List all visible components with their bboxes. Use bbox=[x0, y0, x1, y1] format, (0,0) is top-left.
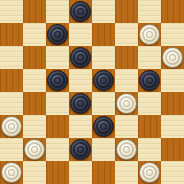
square-b4[interactable] bbox=[23, 92, 46, 115]
square-b2[interactable] bbox=[23, 138, 46, 161]
square-f3[interactable] bbox=[115, 115, 138, 138]
square-g3[interactable] bbox=[138, 115, 161, 138]
square-a4[interactable] bbox=[0, 92, 23, 115]
black-man-d6[interactable] bbox=[70, 47, 91, 68]
black-man-d2[interactable] bbox=[70, 139, 91, 160]
square-h1[interactable] bbox=[161, 161, 184, 184]
white-man-f4[interactable] bbox=[116, 93, 137, 114]
square-g7[interactable] bbox=[138, 23, 161, 46]
square-d2[interactable] bbox=[69, 138, 92, 161]
square-b7[interactable] bbox=[23, 23, 46, 46]
square-g1[interactable] bbox=[138, 161, 161, 184]
square-e5[interactable] bbox=[92, 69, 115, 92]
square-a7[interactable] bbox=[0, 23, 23, 46]
square-a1[interactable] bbox=[0, 161, 23, 184]
square-a8[interactable] bbox=[0, 0, 23, 23]
square-c7[interactable] bbox=[46, 23, 69, 46]
square-h3[interactable] bbox=[161, 115, 184, 138]
square-g2[interactable] bbox=[138, 138, 161, 161]
white-man-a1[interactable] bbox=[1, 162, 22, 183]
square-g5[interactable] bbox=[138, 69, 161, 92]
square-d6[interactable] bbox=[69, 46, 92, 69]
square-d5[interactable] bbox=[69, 69, 92, 92]
black-man-c5[interactable] bbox=[47, 70, 68, 91]
square-f7[interactable] bbox=[115, 23, 138, 46]
square-h4[interactable] bbox=[161, 92, 184, 115]
square-a3[interactable] bbox=[0, 115, 23, 138]
square-e2[interactable] bbox=[92, 138, 115, 161]
square-b6[interactable] bbox=[23, 46, 46, 69]
square-e8[interactable] bbox=[92, 0, 115, 23]
square-e1[interactable] bbox=[92, 161, 115, 184]
black-man-e5[interactable] bbox=[93, 70, 114, 91]
square-h5[interactable] bbox=[161, 69, 184, 92]
square-c2[interactable] bbox=[46, 138, 69, 161]
checkers-board bbox=[0, 0, 184, 184]
square-e7[interactable] bbox=[92, 23, 115, 46]
square-b8[interactable] bbox=[23, 0, 46, 23]
white-man-g1[interactable] bbox=[139, 162, 160, 183]
square-c3[interactable] bbox=[46, 115, 69, 138]
square-b5[interactable] bbox=[23, 69, 46, 92]
square-d4[interactable] bbox=[69, 92, 92, 115]
square-h2[interactable] bbox=[161, 138, 184, 161]
square-c5[interactable] bbox=[46, 69, 69, 92]
square-f4[interactable] bbox=[115, 92, 138, 115]
square-g6[interactable] bbox=[138, 46, 161, 69]
square-a5[interactable] bbox=[0, 69, 23, 92]
black-man-g5[interactable] bbox=[139, 70, 160, 91]
square-d1[interactable] bbox=[69, 161, 92, 184]
square-f8[interactable] bbox=[115, 0, 138, 23]
square-f1[interactable] bbox=[115, 161, 138, 184]
square-c4[interactable] bbox=[46, 92, 69, 115]
square-e6[interactable] bbox=[92, 46, 115, 69]
square-b1[interactable] bbox=[23, 161, 46, 184]
square-g8[interactable] bbox=[138, 0, 161, 23]
white-man-a3[interactable] bbox=[1, 116, 22, 137]
square-h7[interactable] bbox=[161, 23, 184, 46]
square-d8[interactable] bbox=[69, 0, 92, 23]
square-d7[interactable] bbox=[69, 23, 92, 46]
square-h6[interactable] bbox=[161, 46, 184, 69]
square-f6[interactable] bbox=[115, 46, 138, 69]
square-e3[interactable] bbox=[92, 115, 115, 138]
black-man-d8[interactable] bbox=[70, 1, 91, 22]
white-man-b2[interactable] bbox=[24, 139, 45, 160]
square-f2[interactable] bbox=[115, 138, 138, 161]
square-h8[interactable] bbox=[161, 0, 184, 23]
black-man-e3[interactable] bbox=[93, 116, 114, 137]
black-man-d4[interactable] bbox=[70, 93, 91, 114]
square-a2[interactable] bbox=[0, 138, 23, 161]
white-man-g7[interactable] bbox=[139, 24, 160, 45]
square-e4[interactable] bbox=[92, 92, 115, 115]
square-c8[interactable] bbox=[46, 0, 69, 23]
square-a6[interactable] bbox=[0, 46, 23, 69]
square-c1[interactable] bbox=[46, 161, 69, 184]
black-man-c7[interactable] bbox=[47, 24, 68, 45]
square-g4[interactable] bbox=[138, 92, 161, 115]
square-f5[interactable] bbox=[115, 69, 138, 92]
white-man-h6[interactable] bbox=[162, 47, 183, 68]
square-d3[interactable] bbox=[69, 115, 92, 138]
square-c6[interactable] bbox=[46, 46, 69, 69]
square-b3[interactable] bbox=[23, 115, 46, 138]
white-man-f2[interactable] bbox=[116, 139, 137, 160]
